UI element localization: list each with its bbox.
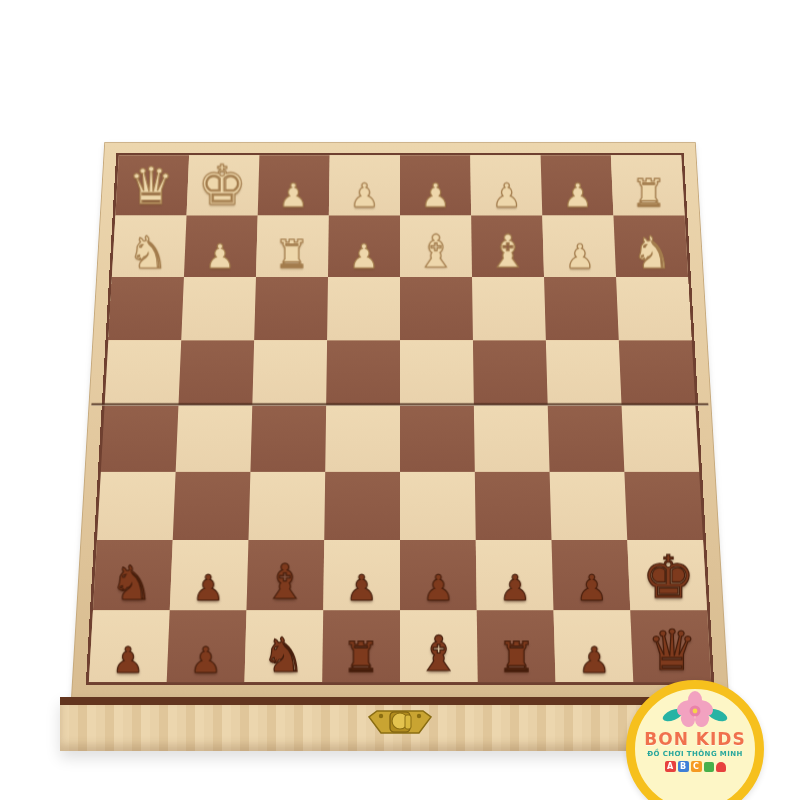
square-d8[interactable]: ♟ xyxy=(329,155,400,215)
dark-king[interactable]: ♚ xyxy=(642,548,695,607)
dark-pawn[interactable]: ♟ xyxy=(576,571,608,606)
square-a5[interactable] xyxy=(105,340,182,405)
square-c3[interactable] xyxy=(248,472,325,540)
square-f6[interactable] xyxy=(472,277,546,340)
light-rook[interactable]: ♜ xyxy=(632,174,666,212)
square-b2[interactable]: ♟ xyxy=(170,540,249,610)
light-knight[interactable]: ♞ xyxy=(632,230,672,274)
square-d6[interactable] xyxy=(327,277,400,340)
light-rook[interactable]: ♜ xyxy=(275,235,310,274)
square-e8[interactable]: ♟ xyxy=(400,155,471,215)
square-h1[interactable]: ♛ xyxy=(630,610,711,682)
square-f1[interactable]: ♜ xyxy=(477,610,556,682)
square-a6[interactable] xyxy=(108,277,184,340)
light-bishop[interactable]: ♝ xyxy=(488,229,529,274)
puzzle-icon xyxy=(704,762,714,772)
square-h2[interactable]: ♚ xyxy=(627,540,707,610)
square-c2[interactable]: ♝ xyxy=(246,540,324,610)
square-f8[interactable]: ♟ xyxy=(470,155,542,215)
square-g1[interactable]: ♟ xyxy=(554,610,634,682)
square-c8[interactable]: ♟ xyxy=(258,155,330,215)
square-d5[interactable] xyxy=(326,340,400,405)
product-photo-scene: ♛♚♟♟♟♟♟♜♞♟♜♟♝♝♟♞♞♟♝♟♟♟♟♚♟♟♞♜♝♜♟♛ xyxy=(0,0,800,800)
toy-icon xyxy=(716,762,726,772)
square-d7[interactable]: ♟ xyxy=(328,215,400,277)
square-d3[interactable] xyxy=(324,472,400,540)
letter-block: B xyxy=(678,761,689,772)
chess-board: ♛♚♟♟♟♟♟♜♞♟♜♟♝♝♟♞♞♟♝♟♟♟♟♚♟♟♞♜♝♜♟♛ xyxy=(86,153,714,685)
light-knight[interactable]: ♞ xyxy=(128,230,168,274)
dark-bishop[interactable]: ♝ xyxy=(417,630,461,679)
square-a2[interactable]: ♞ xyxy=(93,540,173,610)
letter-block: C xyxy=(691,761,702,772)
square-f3[interactable] xyxy=(475,472,552,540)
light-pawn[interactable]: ♟ xyxy=(565,241,595,274)
board-frame: ♛♚♟♟♟♟♟♜♞♟♜♟♝♝♟♞♞♟♝♟♟♟♟♚♟♟♞♜♝♜♟♛ xyxy=(71,142,729,698)
square-c4[interactable] xyxy=(250,405,326,472)
square-f5[interactable] xyxy=(473,340,548,405)
light-pawn[interactable]: ♟ xyxy=(349,241,379,274)
square-d1[interactable]: ♜ xyxy=(322,610,400,682)
square-g3[interactable] xyxy=(550,472,628,540)
dark-pawn[interactable]: ♟ xyxy=(578,642,610,678)
square-b4[interactable] xyxy=(176,405,253,472)
brass-clasp-icon[interactable] xyxy=(365,705,435,741)
light-pawn[interactable]: ♟ xyxy=(563,179,592,212)
flower-icon xyxy=(657,691,733,731)
light-king[interactable]: ♚ xyxy=(198,158,247,213)
square-g2[interactable]: ♟ xyxy=(552,540,631,610)
square-d4[interactable] xyxy=(325,405,400,472)
brand-name: BON KIDS xyxy=(644,729,745,749)
dark-pawn[interactable]: ♟ xyxy=(190,642,222,678)
square-e1[interactable]: ♝ xyxy=(400,610,478,682)
square-g6[interactable] xyxy=(544,277,619,340)
square-c6[interactable] xyxy=(254,277,328,340)
light-pawn[interactable]: ♟ xyxy=(350,179,379,212)
square-b6[interactable] xyxy=(181,277,256,340)
dark-pawn[interactable]: ♟ xyxy=(112,642,144,678)
light-pawn[interactable]: ♟ xyxy=(205,241,235,274)
square-c7[interactable]: ♜ xyxy=(256,215,329,277)
square-e7[interactable]: ♝ xyxy=(400,215,472,277)
square-f4[interactable] xyxy=(474,405,550,472)
square-a1[interactable]: ♟ xyxy=(89,610,170,682)
dark-pawn[interactable]: ♟ xyxy=(192,571,224,606)
dark-pawn[interactable]: ♟ xyxy=(499,571,531,606)
square-e3[interactable] xyxy=(400,472,476,540)
square-e6[interactable] xyxy=(400,277,473,340)
square-d2[interactable]: ♟ xyxy=(323,540,400,610)
square-g8[interactable]: ♟ xyxy=(541,155,614,215)
toy-blocks: A B C xyxy=(665,761,726,772)
square-h3[interactable] xyxy=(624,472,703,540)
light-pawn[interactable]: ♟ xyxy=(492,179,521,212)
light-pawn[interactable]: ♟ xyxy=(279,179,308,212)
brand-tagline: ĐỒ CHƠI THÔNG MINH xyxy=(647,750,743,758)
light-queen[interactable]: ♛ xyxy=(128,161,174,212)
square-b1[interactable]: ♟ xyxy=(167,610,247,682)
square-e2[interactable]: ♟ xyxy=(400,540,477,610)
square-g5[interactable] xyxy=(546,340,622,405)
square-a3[interactable] xyxy=(97,472,176,540)
dark-knight[interactable]: ♞ xyxy=(262,631,305,679)
dark-bishop[interactable]: ♝ xyxy=(263,558,306,606)
square-h6[interactable] xyxy=(616,277,692,340)
dark-pawn[interactable]: ♟ xyxy=(346,571,378,606)
square-h5[interactable] xyxy=(619,340,696,405)
square-e4[interactable] xyxy=(400,405,475,472)
square-e5[interactable] xyxy=(400,340,474,405)
square-a7[interactable]: ♞ xyxy=(112,215,187,277)
square-a4[interactable] xyxy=(101,405,179,472)
board-fold-line xyxy=(91,403,708,406)
dark-knight[interactable]: ♞ xyxy=(110,559,152,606)
square-f2[interactable]: ♟ xyxy=(476,540,554,610)
square-h4[interactable] xyxy=(622,405,700,472)
flower-petals xyxy=(674,691,716,729)
square-b8[interactable]: ♚ xyxy=(187,155,260,215)
dark-rook[interactable]: ♜ xyxy=(498,636,536,678)
square-b5[interactable] xyxy=(178,340,254,405)
dark-rook[interactable]: ♜ xyxy=(342,636,380,678)
square-a8[interactable]: ♛ xyxy=(115,155,189,215)
bon-kids-logo-badge: BON KIDS ĐỒ CHƠI THÔNG MINH A B C xyxy=(626,680,764,800)
square-h7[interactable]: ♞ xyxy=(613,215,688,277)
square-f7[interactable]: ♝ xyxy=(471,215,544,277)
square-h8[interactable]: ♜ xyxy=(611,155,685,215)
square-b3[interactable] xyxy=(173,472,251,540)
dark-pawn[interactable]: ♟ xyxy=(422,571,454,606)
letter-block: A xyxy=(665,761,676,772)
chess-board-assembly: ♛♚♟♟♟♟♟♜♞♟♜♟♝♝♟♞♞♟♝♟♟♟♟♚♟♟♞♜♝♜♟♛ xyxy=(71,142,729,698)
square-b7[interactable]: ♟ xyxy=(184,215,258,277)
square-g7[interactable]: ♟ xyxy=(542,215,616,277)
square-g4[interactable] xyxy=(548,405,625,472)
square-c5[interactable] xyxy=(252,340,327,405)
light-bishop[interactable]: ♝ xyxy=(416,229,457,274)
dark-queen[interactable]: ♛ xyxy=(647,623,697,679)
light-pawn[interactable]: ♟ xyxy=(421,179,450,212)
square-c1[interactable]: ♞ xyxy=(244,610,323,682)
